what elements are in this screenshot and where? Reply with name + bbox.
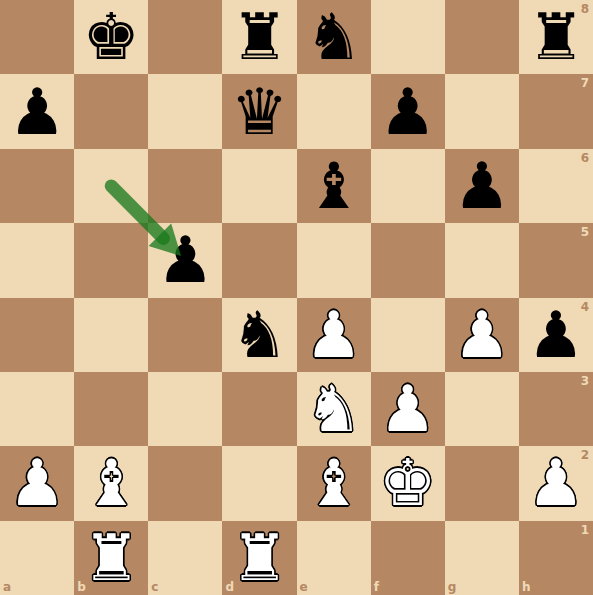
square-h4[interactable]: 4♟ xyxy=(519,298,593,372)
square-d2[interactable] xyxy=(222,446,296,520)
square-g5[interactable] xyxy=(445,223,519,297)
square-g7[interactable] xyxy=(445,74,519,148)
coord-rank-3: 3 xyxy=(581,375,589,387)
square-d8[interactable]: ♜ xyxy=(222,0,296,74)
square-e7[interactable] xyxy=(297,74,371,148)
coord-file-c: c xyxy=(151,581,158,593)
square-b2[interactable]: ♝ xyxy=(74,446,148,520)
square-e3[interactable]: ♞ xyxy=(297,372,371,446)
square-a7[interactable]: ♟ xyxy=(0,74,74,148)
square-a4[interactable] xyxy=(0,298,74,372)
chess-board: ♚♜♞8♜♟♛♟7♝♟6♟5♞♟♟4♟♞♟3♟♝♝♚2♟ab♜cd♜efg1h xyxy=(0,0,593,595)
square-h2[interactable]: 2♟ xyxy=(519,446,593,520)
square-b3[interactable] xyxy=(74,372,148,446)
square-a6[interactable] xyxy=(0,149,74,223)
square-h8[interactable]: 8♜ xyxy=(519,0,593,74)
piece-black-knight[interactable]: ♞ xyxy=(305,5,362,69)
piece-white-bishop[interactable]: ♝ xyxy=(305,451,362,515)
coord-rank-5: 5 xyxy=(581,226,589,238)
square-f5[interactable] xyxy=(371,223,445,297)
square-e4[interactable]: ♟ xyxy=(297,298,371,372)
square-h6[interactable]: 6 xyxy=(519,149,593,223)
coord-rank-6: 6 xyxy=(581,152,589,164)
piece-white-king[interactable]: ♚ xyxy=(379,451,436,515)
square-a5[interactable] xyxy=(0,223,74,297)
square-h5[interactable]: 5 xyxy=(519,223,593,297)
square-c1[interactable]: c xyxy=(148,521,222,595)
square-d3[interactable] xyxy=(222,372,296,446)
coord-rank-7: 7 xyxy=(581,77,589,89)
square-b5[interactable] xyxy=(74,223,148,297)
square-e8[interactable]: ♞ xyxy=(297,0,371,74)
square-f1[interactable]: f xyxy=(371,521,445,595)
piece-white-bishop[interactable]: ♝ xyxy=(83,451,140,515)
piece-black-queen[interactable]: ♛ xyxy=(231,80,288,144)
square-c4[interactable] xyxy=(148,298,222,372)
piece-black-king[interactable]: ♚ xyxy=(83,5,140,69)
piece-black-rook[interactable]: ♜ xyxy=(527,5,584,69)
piece-black-pawn[interactable]: ♟ xyxy=(453,154,510,218)
square-a3[interactable] xyxy=(0,372,74,446)
piece-black-pawn[interactable]: ♟ xyxy=(527,303,584,367)
piece-white-rook[interactable]: ♜ xyxy=(83,526,140,590)
square-b8[interactable]: ♚ xyxy=(74,0,148,74)
piece-black-pawn[interactable]: ♟ xyxy=(8,80,65,144)
square-g1[interactable]: g xyxy=(445,521,519,595)
square-f8[interactable] xyxy=(371,0,445,74)
square-g8[interactable] xyxy=(445,0,519,74)
square-f4[interactable] xyxy=(371,298,445,372)
square-g2[interactable] xyxy=(445,446,519,520)
square-d7[interactable]: ♛ xyxy=(222,74,296,148)
square-d1[interactable]: d♜ xyxy=(222,521,296,595)
square-c3[interactable] xyxy=(148,372,222,446)
square-c6[interactable] xyxy=(148,149,222,223)
coord-rank-1: 1 xyxy=(581,524,589,536)
square-b4[interactable] xyxy=(74,298,148,372)
square-h3[interactable]: 3 xyxy=(519,372,593,446)
piece-white-knight[interactable]: ♞ xyxy=(305,377,362,441)
square-d4[interactable]: ♞ xyxy=(222,298,296,372)
square-h7[interactable]: 7 xyxy=(519,74,593,148)
square-f6[interactable] xyxy=(371,149,445,223)
piece-white-pawn[interactable]: ♟ xyxy=(453,303,510,367)
coord-file-h: h xyxy=(522,581,531,593)
coord-file-f: f xyxy=(374,581,379,593)
square-d6[interactable] xyxy=(222,149,296,223)
piece-white-rook[interactable]: ♜ xyxy=(231,526,288,590)
square-d5[interactable] xyxy=(222,223,296,297)
square-a2[interactable]: ♟ xyxy=(0,446,74,520)
square-h1[interactable]: 1h xyxy=(519,521,593,595)
square-c7[interactable] xyxy=(148,74,222,148)
square-e6[interactable]: ♝ xyxy=(297,149,371,223)
square-b1[interactable]: b♜ xyxy=(74,521,148,595)
square-e1[interactable]: e xyxy=(297,521,371,595)
piece-white-pawn[interactable]: ♟ xyxy=(379,377,436,441)
square-g4[interactable]: ♟ xyxy=(445,298,519,372)
piece-black-knight[interactable]: ♞ xyxy=(231,303,288,367)
square-f7[interactable]: ♟ xyxy=(371,74,445,148)
piece-white-pawn[interactable]: ♟ xyxy=(8,451,65,515)
square-c5[interactable]: ♟ xyxy=(148,223,222,297)
square-c8[interactable] xyxy=(148,0,222,74)
square-f3[interactable]: ♟ xyxy=(371,372,445,446)
square-e2[interactable]: ♝ xyxy=(297,446,371,520)
coord-file-e: e xyxy=(300,581,308,593)
piece-black-rook[interactable]: ♜ xyxy=(231,5,288,69)
square-c2[interactable] xyxy=(148,446,222,520)
square-b6[interactable] xyxy=(74,149,148,223)
square-b7[interactable] xyxy=(74,74,148,148)
piece-black-pawn[interactable]: ♟ xyxy=(379,80,436,144)
coord-file-g: g xyxy=(448,581,457,593)
piece-white-pawn[interactable]: ♟ xyxy=(527,451,584,515)
piece-black-pawn[interactable]: ♟ xyxy=(157,228,214,292)
piece-white-pawn[interactable]: ♟ xyxy=(305,303,362,367)
square-g6[interactable]: ♟ xyxy=(445,149,519,223)
piece-black-bishop[interactable]: ♝ xyxy=(305,154,362,218)
coord-file-a: a xyxy=(3,581,11,593)
square-g3[interactable] xyxy=(445,372,519,446)
square-a8[interactable] xyxy=(0,0,74,74)
square-e5[interactable] xyxy=(297,223,371,297)
square-a1[interactable]: a xyxy=(0,521,74,595)
square-f2[interactable]: ♚ xyxy=(371,446,445,520)
